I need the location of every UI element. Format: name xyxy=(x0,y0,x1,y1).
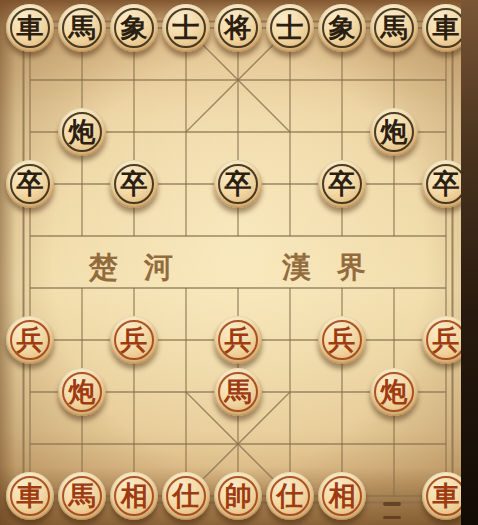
xiangqi-board: 楚 河 漢 界 車馬象士将士象馬車炮炮卒卒卒卒卒兵兵兵兵兵炮馬炮車馬相仕帥仕相車 xyxy=(0,0,478,525)
piece-glyph: 士 xyxy=(173,14,200,41)
piece-glyph: 象 xyxy=(121,14,148,41)
piece-black-soldier[interactable]: 卒 xyxy=(110,160,158,208)
piece-glyph: 卒 xyxy=(17,170,44,197)
piece-red-soldier[interactable]: 兵 xyxy=(110,316,158,364)
piece-glyph: 炮 xyxy=(381,378,408,405)
piece-glyph: 相 xyxy=(329,482,356,509)
piece-black-soldier[interactable]: 卒 xyxy=(318,160,366,208)
piece-red-soldier[interactable]: 兵 xyxy=(318,316,366,364)
piece-glyph: 帥 xyxy=(225,482,252,509)
piece-red-chariot[interactable]: 車 xyxy=(6,472,54,520)
piece-glyph: 兵 xyxy=(121,326,148,353)
piece-black-cannon[interactable]: 炮 xyxy=(370,108,418,156)
piece-red-cannon[interactable]: 炮 xyxy=(58,368,106,416)
piece-glyph: 仕 xyxy=(277,482,304,509)
piece-glyph: 車 xyxy=(433,14,460,41)
piece-glyph: 炮 xyxy=(69,118,96,145)
piece-glyph: 士 xyxy=(277,14,304,41)
piece-black-advisor[interactable]: 士 xyxy=(162,4,210,52)
piece-glyph: 炮 xyxy=(381,118,408,145)
piece-glyph: 卒 xyxy=(225,170,252,197)
piece-black-advisor[interactable]: 士 xyxy=(266,4,314,52)
piece-red-elephant[interactable]: 相 xyxy=(318,472,366,520)
river-label-chu-he: 楚 河 xyxy=(65,249,205,285)
last-move-marker xyxy=(382,502,402,522)
piece-black-chariot[interactable]: 車 xyxy=(6,4,54,52)
piece-glyph: 兵 xyxy=(433,326,460,353)
piece-black-cannon[interactable]: 炮 xyxy=(58,108,106,156)
piece-red-soldier[interactable]: 兵 xyxy=(6,316,54,364)
piece-black-soldier[interactable]: 卒 xyxy=(214,160,262,208)
river-label-han-jie: 漢 界 xyxy=(258,249,398,285)
piece-black-general[interactable]: 将 xyxy=(214,4,262,52)
piece-black-horse[interactable]: 馬 xyxy=(370,4,418,52)
piece-glyph: 卒 xyxy=(329,170,356,197)
piece-black-elephant[interactable]: 象 xyxy=(110,4,158,52)
piece-glyph: 馬 xyxy=(225,378,252,405)
piece-black-elephant[interactable]: 象 xyxy=(318,4,366,52)
piece-glyph: 仕 xyxy=(173,482,200,509)
piece-red-horse[interactable]: 馬 xyxy=(58,472,106,520)
piece-red-elephant[interactable]: 相 xyxy=(110,472,158,520)
piece-glyph: 炮 xyxy=(69,378,96,405)
piece-red-horse[interactable]: 馬 xyxy=(214,368,262,416)
piece-black-soldier[interactable]: 卒 xyxy=(6,160,54,208)
piece-glyph: 車 xyxy=(17,14,44,41)
piece-glyph: 馬 xyxy=(69,14,96,41)
piece-black-horse[interactable]: 馬 xyxy=(58,4,106,52)
piece-red-cannon[interactable]: 炮 xyxy=(370,368,418,416)
board-side-edge xyxy=(461,0,478,525)
piece-red-soldier[interactable]: 兵 xyxy=(214,316,262,364)
piece-glyph: 馬 xyxy=(381,14,408,41)
piece-red-general[interactable]: 帥 xyxy=(214,472,262,520)
piece-glyph: 象 xyxy=(329,14,356,41)
piece-glyph: 兵 xyxy=(329,326,356,353)
piece-glyph: 卒 xyxy=(121,170,148,197)
piece-glyph: 将 xyxy=(225,14,252,41)
piece-glyph: 兵 xyxy=(225,326,252,353)
piece-red-advisor[interactable]: 仕 xyxy=(266,472,314,520)
piece-glyph: 卒 xyxy=(433,170,460,197)
piece-glyph: 車 xyxy=(17,482,44,509)
piece-red-advisor[interactable]: 仕 xyxy=(162,472,210,520)
piece-glyph: 相 xyxy=(121,482,148,509)
piece-glyph: 兵 xyxy=(17,326,44,353)
piece-glyph: 車 xyxy=(433,482,460,509)
piece-glyph: 馬 xyxy=(69,482,96,509)
